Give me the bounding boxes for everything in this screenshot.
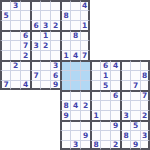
cell-r6c4[interactable] bbox=[40, 60, 50, 70]
outside-filler bbox=[140, 50, 150, 60]
cell-r0c4[interactable] bbox=[40, 0, 50, 10]
cell-r6c7-overlap[interactable] bbox=[70, 60, 80, 70]
given-digit-r7c5[interactable]: 6 bbox=[50, 70, 60, 80]
cell-r6c9[interactable] bbox=[90, 60, 100, 70]
cell-r1c7[interactable] bbox=[70, 10, 80, 20]
cell-r0c2[interactable] bbox=[20, 0, 30, 10]
outside-filler bbox=[30, 120, 40, 130]
cell-r10c9[interactable] bbox=[90, 100, 100, 110]
given-digit-r3c4[interactable]: 1 bbox=[40, 30, 50, 40]
given-digit-r4c3[interactable]: 3 bbox=[30, 40, 40, 50]
cell-r12c12[interactable] bbox=[120, 120, 130, 130]
cell-r2c1[interactable] bbox=[10, 20, 20, 30]
outside-filler bbox=[10, 130, 20, 140]
cell-r14c12[interactable] bbox=[120, 140, 130, 150]
outside-filler bbox=[120, 0, 130, 10]
outside-filler bbox=[140, 40, 150, 50]
outside-filler bbox=[10, 100, 20, 110]
cell-r3c8[interactable] bbox=[80, 30, 90, 40]
given-digit-r7c3[interactable]: 7 bbox=[30, 70, 40, 80]
outside-filler bbox=[110, 40, 120, 50]
outside-filler bbox=[20, 120, 30, 130]
cell-r14c8[interactable] bbox=[80, 140, 90, 150]
cell-r9c9[interactable] bbox=[90, 90, 100, 100]
outside-filler bbox=[90, 40, 100, 50]
cell-r2c6[interactable] bbox=[60, 20, 70, 30]
given-digit-r14c11[interactable]: 2 bbox=[110, 140, 120, 150]
outside-filler bbox=[140, 10, 150, 20]
outside-filler bbox=[30, 110, 40, 120]
cell-r6c0[interactable] bbox=[0, 60, 10, 70]
cell-r13c13[interactable] bbox=[130, 130, 140, 140]
given-digit-r14c13[interactable]: 9 bbox=[130, 140, 140, 150]
outside-filler bbox=[30, 100, 40, 110]
outside-filler bbox=[0, 130, 10, 140]
cell-r11c8[interactable] bbox=[80, 110, 90, 120]
cell-r10c11[interactable] bbox=[110, 100, 120, 110]
cell-r6c12[interactable] bbox=[120, 60, 130, 70]
cell-r8c9[interactable] bbox=[90, 80, 100, 90]
cell-r6c6-overlap[interactable] bbox=[60, 60, 70, 70]
outside-filler bbox=[120, 20, 130, 30]
cell-r4c7[interactable] bbox=[70, 40, 80, 50]
cell-r0c5[interactable] bbox=[50, 0, 60, 10]
cell-r12c10[interactable] bbox=[100, 120, 110, 130]
given-digit-r12c13[interactable]: 5 bbox=[130, 120, 140, 130]
outside-filler bbox=[130, 40, 140, 50]
cell-r8c7-overlap[interactable] bbox=[70, 80, 80, 90]
cell-r13c7[interactable] bbox=[70, 130, 80, 140]
outside-filler bbox=[140, 20, 150, 30]
given-digit-r9c14[interactable]: 7 bbox=[140, 90, 150, 100]
cell-r7c13[interactable] bbox=[130, 70, 140, 80]
outside-filler bbox=[0, 90, 10, 100]
outside-filler bbox=[40, 110, 50, 120]
cell-r7c1[interactable] bbox=[10, 70, 20, 80]
cell-r9c7[interactable] bbox=[70, 90, 80, 100]
outside-filler bbox=[90, 50, 100, 60]
cell-r11c7[interactable] bbox=[70, 110, 80, 120]
given-digit-r8c13[interactable]: 7 bbox=[130, 80, 140, 90]
given-digit-r3c7[interactable]: 8 bbox=[70, 30, 80, 40]
given-digit-r2c3[interactable]: 6 bbox=[30, 20, 40, 30]
given-digit-r9c11[interactable]: 6 bbox=[110, 90, 120, 100]
cell-r10c14[interactable] bbox=[140, 100, 150, 110]
outside-filler bbox=[20, 140, 30, 150]
cell-r5c4[interactable] bbox=[40, 50, 50, 60]
cell-r4c8[interactable] bbox=[80, 40, 90, 50]
cell-r3c6[interactable] bbox=[60, 30, 70, 40]
cell-r7c11[interactable] bbox=[110, 70, 120, 80]
cell-r8c1[interactable] bbox=[10, 80, 20, 90]
outside-filler bbox=[40, 100, 50, 110]
cell-r4c5[interactable] bbox=[50, 40, 60, 50]
outside-filler bbox=[100, 40, 110, 50]
cell-r13c10[interactable] bbox=[100, 130, 110, 140]
cell-r12c6[interactable] bbox=[60, 120, 70, 130]
given-digit-r8c2[interactable]: 4 bbox=[20, 80, 30, 90]
cell-r10c12[interactable] bbox=[120, 100, 130, 110]
outside-filler bbox=[10, 110, 20, 120]
outside-filler bbox=[130, 10, 140, 20]
cell-r1c1[interactable] bbox=[10, 10, 20, 20]
given-digit-r13c12[interactable]: 8 bbox=[120, 130, 130, 140]
given-digit-r12c11[interactable]: 9 bbox=[110, 120, 120, 130]
cell-r2c7[interactable] bbox=[70, 20, 80, 30]
cell-r7c8-overlap[interactable] bbox=[80, 70, 90, 80]
given-digit-r10c6[interactable]: 8 bbox=[60, 100, 70, 110]
outside-filler bbox=[100, 30, 110, 40]
outside-filler bbox=[30, 130, 40, 140]
cell-r10c13[interactable] bbox=[130, 100, 140, 110]
cell-r5c1[interactable] bbox=[10, 50, 20, 60]
given-digit-r6c1[interactable]: 2 bbox=[10, 60, 20, 70]
given-digit-r6c10[interactable]: 6 bbox=[100, 60, 110, 70]
cell-r11c11[interactable] bbox=[110, 110, 120, 120]
outside-filler bbox=[130, 20, 140, 30]
outside-filler bbox=[0, 140, 10, 150]
outside-filler bbox=[50, 100, 60, 110]
outside-filler bbox=[130, 30, 140, 40]
given-digit-r4c2[interactable]: 7 bbox=[20, 40, 30, 50]
outside-filler bbox=[10, 140, 20, 150]
cell-r3c0[interactable] bbox=[0, 30, 10, 40]
cell-r10c10[interactable] bbox=[100, 100, 110, 110]
outside-filler bbox=[140, 0, 150, 10]
cell-r13c11[interactable] bbox=[110, 130, 120, 140]
outside-filler bbox=[50, 140, 60, 150]
outside-filler bbox=[10, 90, 20, 100]
outside-filler bbox=[30, 140, 40, 150]
cell-r7c12[interactable] bbox=[120, 70, 130, 80]
outside-filler bbox=[90, 30, 100, 40]
outside-filler bbox=[120, 10, 130, 20]
cell-r6c8-overlap[interactable] bbox=[80, 60, 90, 70]
given-digit-r5c7[interactable]: 4 bbox=[70, 50, 80, 60]
given-digit-r11c9[interactable]: 1 bbox=[90, 110, 100, 120]
cell-r11c10[interactable] bbox=[100, 110, 110, 120]
given-digit-r14c7[interactable]: 3 bbox=[70, 140, 80, 150]
cell-r9c8[interactable] bbox=[80, 90, 90, 100]
cell-r3c1[interactable] bbox=[10, 30, 20, 40]
cell-r2c2[interactable] bbox=[20, 20, 30, 30]
given-digit-r13c8[interactable]: 9 bbox=[80, 130, 90, 140]
given-digit-r11c12[interactable]: 3 bbox=[120, 110, 130, 120]
given-digit-r6c11[interactable]: 4 bbox=[110, 60, 120, 70]
outside-filler bbox=[30, 90, 40, 100]
outside-filler bbox=[50, 130, 60, 140]
given-digit-r8c5[interactable]: 9 bbox=[50, 80, 60, 90]
outside-filler bbox=[20, 100, 30, 110]
cell-r6c13[interactable] bbox=[130, 60, 140, 70]
cell-r9c12[interactable] bbox=[120, 90, 130, 100]
given-digit-r3c2[interactable]: 6 bbox=[20, 30, 30, 40]
cell-r5c3[interactable] bbox=[30, 50, 40, 60]
cell-r6c2[interactable] bbox=[20, 60, 30, 70]
outside-filler bbox=[110, 50, 120, 60]
cell-r14c6[interactable] bbox=[60, 140, 70, 150]
cell-r8c14[interactable] bbox=[140, 80, 150, 90]
outside-filler bbox=[50, 120, 60, 130]
given-digit-r2c4[interactable]: 3 bbox=[40, 20, 50, 30]
cell-r8c8-overlap[interactable] bbox=[80, 80, 90, 90]
outside-filler bbox=[90, 20, 100, 30]
cell-r3c3[interactable] bbox=[30, 30, 40, 40]
outside-filler bbox=[100, 50, 110, 60]
given-digit-r10c7[interactable]: 4 bbox=[70, 100, 80, 110]
given-digit-r11c6[interactable]: 9 bbox=[60, 110, 70, 120]
cell-r4c1[interactable] bbox=[10, 40, 20, 50]
outside-filler bbox=[90, 0, 100, 10]
outside-filler bbox=[110, 30, 120, 40]
cell-r12c7[interactable] bbox=[70, 120, 80, 130]
cell-r7c4[interactable] bbox=[40, 70, 50, 80]
cell-r5c5[interactable] bbox=[50, 50, 60, 60]
outside-filler bbox=[130, 0, 140, 10]
butterfly-sudoku-board: 3458632161873221472364761874957678429132… bbox=[0, 0, 150, 150]
cell-r6c3[interactable] bbox=[30, 60, 40, 70]
cell-r2c0[interactable] bbox=[0, 20, 10, 30]
cell-r8c6-overlap[interactable] bbox=[60, 80, 70, 90]
cell-r0c7[interactable] bbox=[70, 0, 80, 10]
outside-filler bbox=[50, 110, 60, 120]
given-digit-r0c8[interactable]: 4 bbox=[80, 0, 90, 10]
cell-r4c0[interactable] bbox=[0, 40, 10, 50]
outside-filler bbox=[110, 0, 120, 10]
cell-r14c14[interactable] bbox=[140, 140, 150, 150]
cell-r9c10[interactable] bbox=[100, 90, 110, 100]
given-digit-r5c6[interactable]: 1 bbox=[60, 50, 70, 60]
cell-r8c11[interactable] bbox=[110, 80, 120, 90]
outside-filler bbox=[20, 110, 30, 120]
cell-r7c9[interactable] bbox=[90, 70, 100, 80]
outside-filler bbox=[100, 10, 110, 20]
cell-r3c5[interactable] bbox=[50, 30, 60, 40]
given-digit-r2c5[interactable]: 2 bbox=[50, 20, 60, 30]
given-digit-r0c1[interactable]: 3 bbox=[10, 0, 20, 10]
given-digit-r2c8[interactable]: 1 bbox=[80, 20, 90, 30]
outside-filler bbox=[120, 40, 130, 50]
outside-filler bbox=[0, 110, 10, 120]
cell-r13c6[interactable] bbox=[60, 130, 70, 140]
outside-filler bbox=[100, 20, 110, 30]
given-digit-r5c8[interactable]: 7 bbox=[80, 50, 90, 60]
given-digit-r4c4[interactable]: 2 bbox=[40, 40, 50, 50]
cell-r1c8[interactable] bbox=[80, 10, 90, 20]
cell-r1c3[interactable] bbox=[30, 10, 40, 20]
cell-r13c9[interactable] bbox=[90, 130, 100, 140]
outside-filler bbox=[110, 20, 120, 30]
outside-filler bbox=[50, 90, 60, 100]
outside-filler bbox=[40, 120, 50, 130]
given-digit-r8c0[interactable]: 7 bbox=[0, 80, 10, 90]
outside-filler bbox=[20, 130, 30, 140]
cell-r7c0[interactable] bbox=[0, 70, 10, 80]
cell-r6c14[interactable] bbox=[140, 60, 150, 70]
given-digit-r1c6[interactable]: 8 bbox=[60, 10, 70, 20]
cell-r1c5[interactable] bbox=[50, 10, 60, 20]
outside-filler bbox=[140, 30, 150, 40]
outside-filler bbox=[40, 140, 50, 150]
cell-r14c10[interactable] bbox=[100, 140, 110, 150]
outside-filler bbox=[120, 30, 130, 40]
given-digit-r14c9[interactable]: 8 bbox=[90, 140, 100, 150]
cell-r0c3[interactable] bbox=[30, 0, 40, 10]
outside-filler bbox=[130, 50, 140, 60]
cell-r12c8[interactable] bbox=[80, 120, 90, 130]
cell-r1c4[interactable] bbox=[40, 10, 50, 20]
outside-filler bbox=[40, 130, 50, 140]
outside-filler bbox=[90, 10, 100, 20]
given-digit-r1c0[interactable]: 5 bbox=[0, 10, 10, 20]
cell-r12c14[interactable] bbox=[140, 120, 150, 130]
cell-r0c0[interactable] bbox=[0, 0, 10, 10]
outside-filler bbox=[0, 100, 10, 110]
cell-r9c6[interactable] bbox=[60, 90, 70, 100]
cell-r11c13[interactable] bbox=[130, 110, 140, 120]
cell-r5c0[interactable] bbox=[0, 50, 10, 60]
given-digit-r13c14[interactable]: 3 bbox=[140, 130, 150, 140]
cell-r0c6[interactable] bbox=[60, 0, 70, 10]
cell-r8c4[interactable] bbox=[40, 80, 50, 90]
cell-r4c6[interactable] bbox=[60, 40, 70, 50]
given-digit-r5c2[interactable]: 2 bbox=[20, 50, 30, 60]
given-digit-r8c10[interactable]: 5 bbox=[100, 80, 110, 90]
cell-r8c3[interactable] bbox=[30, 80, 40, 90]
outside-filler bbox=[20, 90, 30, 100]
given-digit-r7c14[interactable]: 8 bbox=[140, 70, 150, 80]
given-digit-r7c10[interactable]: 1 bbox=[100, 70, 110, 80]
cell-r9c13[interactable] bbox=[130, 90, 140, 100]
outside-filler bbox=[0, 120, 10, 130]
sudoku-app: 3458632161873221472364761874957678429132… bbox=[0, 0, 150, 150]
outside-filler bbox=[110, 10, 120, 20]
outside-filler bbox=[100, 0, 110, 10]
given-digit-r11c14[interactable]: 2 bbox=[140, 110, 150, 120]
outside-filler bbox=[120, 50, 130, 60]
cell-r8c12[interactable] bbox=[120, 80, 130, 90]
given-digit-r10c8[interactable]: 2 bbox=[80, 100, 90, 110]
cell-r1c2[interactable] bbox=[20, 10, 30, 20]
cell-r7c6-overlap[interactable] bbox=[60, 70, 70, 80]
outside-filler bbox=[40, 90, 50, 100]
cell-r7c2[interactable] bbox=[20, 70, 30, 80]
outside-filler bbox=[10, 120, 20, 130]
cell-r12c9[interactable] bbox=[90, 120, 100, 130]
cell-r7c7-overlap[interactable] bbox=[70, 70, 80, 80]
given-digit-r6c5[interactable]: 3 bbox=[50, 60, 60, 70]
